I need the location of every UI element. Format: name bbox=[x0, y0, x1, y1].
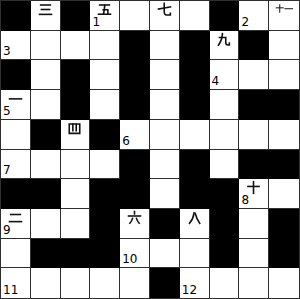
cell-r8c3[interactable] bbox=[61, 209, 91, 239]
cell-r4c6[interactable] bbox=[150, 90, 180, 120]
given-kanji bbox=[120, 210, 149, 225]
cell-r5c4 bbox=[90, 120, 120, 150]
cell-r7c7 bbox=[180, 179, 210, 209]
cell-r8c5[interactable] bbox=[120, 209, 150, 239]
cell-r9c9[interactable] bbox=[239, 239, 269, 269]
cell-r4c8[interactable] bbox=[210, 90, 240, 120]
cell-r9c8 bbox=[210, 239, 240, 269]
cell-r1c9[interactable]: 2 bbox=[239, 1, 269, 31]
cell-r2c4[interactable] bbox=[90, 31, 120, 61]
cell-r7c3[interactable] bbox=[61, 179, 91, 209]
cell-r7c6[interactable] bbox=[150, 179, 180, 209]
cell-r5c9[interactable] bbox=[239, 120, 269, 150]
given-kanji bbox=[269, 2, 299, 15]
cell-r3c1 bbox=[1, 60, 31, 90]
cell-r4c9 bbox=[239, 90, 269, 120]
clue-number: 3 bbox=[3, 45, 11, 57]
cell-r10c8[interactable] bbox=[210, 268, 240, 298]
cell-r7c1 bbox=[1, 179, 31, 209]
cell-r6c6[interactable] bbox=[150, 150, 180, 180]
cell-r6c2[interactable] bbox=[31, 150, 61, 180]
cell-r3c6[interactable] bbox=[150, 60, 180, 90]
cell-r8c4 bbox=[90, 209, 120, 239]
cell-r9c10 bbox=[269, 239, 299, 269]
clue-number: 9 bbox=[3, 224, 11, 236]
cell-r10c3[interactable] bbox=[61, 268, 91, 298]
cell-r10c10[interactable] bbox=[269, 268, 299, 298]
cell-r2c6[interactable] bbox=[150, 31, 180, 61]
cell-r10c1[interactable]: 11 bbox=[1, 268, 31, 298]
clue-number: 11 bbox=[3, 284, 18, 296]
given-kanji bbox=[150, 2, 179, 17]
cell-r5c2 bbox=[31, 120, 61, 150]
given-kanji bbox=[61, 121, 90, 136]
cell-r1c7[interactable] bbox=[180, 1, 210, 31]
cell-r4c3 bbox=[61, 90, 91, 120]
clue-number: 2 bbox=[241, 16, 249, 28]
crossword-board: 123456789101112 bbox=[0, 0, 300, 299]
cell-r9c4 bbox=[90, 239, 120, 269]
cell-r6c10 bbox=[269, 150, 299, 180]
cell-r10c4[interactable] bbox=[90, 268, 120, 298]
cell-r1c1 bbox=[1, 1, 31, 31]
cell-r6c4[interactable] bbox=[90, 150, 120, 180]
cell-r5c10[interactable] bbox=[269, 120, 299, 150]
cell-r4c10 bbox=[269, 90, 299, 120]
cell-r2c10[interactable] bbox=[269, 31, 299, 61]
cell-r10c2[interactable] bbox=[31, 268, 61, 298]
cell-r8c8 bbox=[210, 209, 240, 239]
cell-r1c5[interactable] bbox=[120, 1, 150, 31]
cell-r1c3 bbox=[61, 1, 91, 31]
cell-r6c9 bbox=[239, 150, 269, 180]
cell-r2c1[interactable]: 3 bbox=[1, 31, 31, 61]
cell-r3c10[interactable] bbox=[269, 60, 299, 90]
clue-number: 10 bbox=[122, 253, 137, 265]
cell-r7c10[interactable] bbox=[269, 179, 299, 209]
cell-r3c4[interactable] bbox=[90, 60, 120, 90]
given-kanji bbox=[31, 2, 60, 17]
cell-r8c7[interactable] bbox=[180, 209, 210, 239]
cell-r1c8 bbox=[210, 1, 240, 31]
cell-r7c8 bbox=[210, 179, 240, 209]
clue-number: 12 bbox=[182, 284, 197, 296]
cell-r6c8[interactable] bbox=[210, 150, 240, 180]
given-kanji bbox=[180, 210, 209, 225]
clue-number: 6 bbox=[122, 135, 130, 147]
cell-r7c5 bbox=[120, 179, 150, 209]
cell-r9c3 bbox=[61, 239, 91, 269]
cell-r3c3 bbox=[61, 60, 91, 90]
cell-r7c9[interactable]: 8 bbox=[239, 179, 269, 209]
cell-r4c5 bbox=[120, 90, 150, 120]
clue-number: 7 bbox=[3, 164, 11, 176]
cell-r10c9[interactable] bbox=[239, 268, 269, 298]
cell-r8c6 bbox=[150, 209, 180, 239]
cell-r2c3[interactable] bbox=[61, 31, 91, 61]
given-kanji bbox=[210, 32, 239, 47]
cell-r6c1[interactable]: 7 bbox=[1, 150, 31, 180]
cell-r9c5[interactable]: 10 bbox=[120, 239, 150, 269]
cell-r7c4 bbox=[90, 179, 120, 209]
cell-r10c7[interactable]: 12 bbox=[180, 268, 210, 298]
clue-number: 4 bbox=[212, 75, 220, 87]
cell-r5c1[interactable] bbox=[1, 120, 31, 150]
cell-r5c3[interactable] bbox=[61, 120, 91, 150]
cell-r8c10 bbox=[269, 209, 299, 239]
cell-r1c4[interactable]: 1 bbox=[90, 1, 120, 31]
cell-r3c8[interactable]: 4 bbox=[210, 60, 240, 90]
cell-r5c6[interactable] bbox=[150, 120, 180, 150]
cell-r3c5 bbox=[120, 60, 150, 90]
cell-r5c8[interactable] bbox=[210, 120, 240, 150]
cell-r9c1[interactable] bbox=[1, 239, 31, 269]
cell-r4c7 bbox=[180, 90, 210, 120]
cell-r5c5[interactable]: 6 bbox=[120, 120, 150, 150]
cell-r10c6 bbox=[150, 268, 180, 298]
cell-r9c7[interactable] bbox=[180, 239, 210, 269]
cell-r9c6[interactable] bbox=[150, 239, 180, 269]
clue-number: 1 bbox=[92, 16, 100, 28]
cell-r3c9[interactable] bbox=[239, 60, 269, 90]
cell-r6c7 bbox=[180, 150, 210, 180]
cell-r6c3[interactable] bbox=[61, 150, 91, 180]
cell-r1c6[interactable] bbox=[150, 1, 180, 31]
cell-r1c10[interactable] bbox=[269, 1, 299, 31]
cell-r2c5 bbox=[120, 31, 150, 61]
cell-r3c2[interactable] bbox=[31, 60, 61, 90]
cell-r8c9[interactable] bbox=[239, 209, 269, 239]
cell-r4c4[interactable] bbox=[90, 90, 120, 120]
cell-r10c5[interactable] bbox=[120, 268, 150, 298]
cell-r8c1[interactable]: 9 bbox=[1, 209, 31, 239]
cell-r7c2 bbox=[31, 179, 61, 209]
clue-number: 5 bbox=[3, 105, 11, 117]
cell-r6c5 bbox=[120, 150, 150, 180]
cell-r4c1[interactable]: 5 bbox=[1, 90, 31, 120]
cell-r4c2[interactable] bbox=[31, 90, 61, 120]
cell-r5c7[interactable] bbox=[180, 120, 210, 150]
clue-number: 8 bbox=[241, 194, 249, 206]
cell-r2c9 bbox=[239, 31, 269, 61]
cell-r2c7 bbox=[180, 31, 210, 61]
cell-r3c7 bbox=[180, 60, 210, 90]
cell-r9c2 bbox=[31, 239, 61, 269]
cell-r8c2[interactable] bbox=[31, 209, 61, 239]
cell-r2c8[interactable] bbox=[210, 31, 240, 61]
cell-r1c2[interactable] bbox=[31, 1, 61, 31]
cell-r2c2[interactable] bbox=[31, 31, 61, 61]
